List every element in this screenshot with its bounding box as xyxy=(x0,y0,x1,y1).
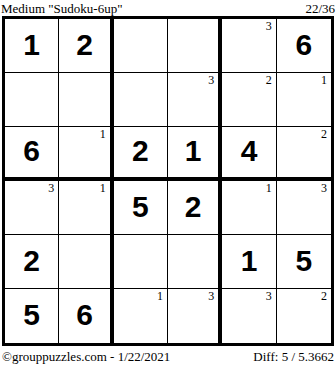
pencil-mark: 3 xyxy=(208,289,214,303)
cell-r1c4[interactable] xyxy=(168,19,222,73)
given-digit: 6 xyxy=(295,30,312,62)
pencil-mark: 2 xyxy=(321,127,327,141)
cell-r6c2[interactable]: 6 xyxy=(59,289,113,343)
cell-r5c5[interactable]: 1 xyxy=(222,235,276,289)
cell-r1c3[interactable] xyxy=(114,19,168,73)
given-digit: 1 xyxy=(185,136,202,168)
given-digit: 5 xyxy=(23,300,40,332)
cell-r3c5[interactable]: 4 xyxy=(222,127,276,181)
cell-r3c6[interactable]: 2 xyxy=(277,127,331,181)
cell-r1c2[interactable]: 2 xyxy=(59,19,113,73)
given-digit: 5 xyxy=(132,192,149,224)
sudoku-page: Medium "Sudoku-6up" 22/36 12363216121423… xyxy=(0,0,336,370)
cell-r2c2[interactable] xyxy=(59,73,113,127)
cell-r4c1[interactable]: 3 xyxy=(5,181,59,235)
pencil-mark: 1 xyxy=(266,181,272,195)
header: Medium "Sudoku-6up" 22/36 xyxy=(0,0,336,16)
cell-r6c5[interactable]: 3 xyxy=(222,289,276,343)
cell-r4c6[interactable]: 3 xyxy=(277,181,331,235)
pencil-mark: 3 xyxy=(48,181,54,195)
given-digit: 5 xyxy=(295,246,312,278)
cell-r5c2[interactable] xyxy=(59,235,113,289)
cell-r5c6[interactable]: 5 xyxy=(277,235,331,289)
cell-r5c1[interactable]: 2 xyxy=(5,235,59,289)
given-digit: 2 xyxy=(76,30,93,62)
pencil-mark: 1 xyxy=(100,181,106,195)
cell-r6c4[interactable]: 3 xyxy=(168,289,222,343)
given-digit: 4 xyxy=(241,136,258,168)
cell-r2c3[interactable] xyxy=(114,73,168,127)
cell-r1c1[interactable]: 1 xyxy=(5,19,59,73)
cell-r3c2[interactable]: 1 xyxy=(59,127,113,181)
pencil-mark: 1 xyxy=(321,73,327,87)
given-digit: 2 xyxy=(23,246,40,278)
pencil-mark: 3 xyxy=(266,289,272,303)
cell-r3c4[interactable]: 1 xyxy=(168,127,222,181)
difficulty-text: Diff: 5 / 5.3662 xyxy=(253,350,334,364)
cell-r2c6[interactable]: 1 xyxy=(277,73,331,127)
page-title: Medium "Sudoku-6up" xyxy=(1,2,122,15)
given-digit: 1 xyxy=(23,30,40,62)
pencil-mark: 2 xyxy=(321,289,327,303)
copyright-text: ©grouppuzzles.com - 1/22/2021 xyxy=(2,350,170,364)
given-digit: 2 xyxy=(185,192,202,224)
pencil-mark: 3 xyxy=(208,73,214,87)
cell-r4c5[interactable]: 1 xyxy=(222,181,276,235)
pencil-mark: 1 xyxy=(157,289,163,303)
pencil-mark: 3 xyxy=(266,19,272,33)
cell-r4c3[interactable]: 5 xyxy=(114,181,168,235)
pencil-mark: 3 xyxy=(321,181,327,195)
pencil-mark: 1 xyxy=(100,127,106,141)
cell-r6c1[interactable]: 5 xyxy=(5,289,59,343)
cell-r5c3[interactable] xyxy=(114,235,168,289)
given-digit: 2 xyxy=(132,136,149,168)
sudoku-board: 1236321612142315213215561332 xyxy=(2,16,334,346)
given-digit: 6 xyxy=(76,300,93,332)
cell-r5c4[interactable] xyxy=(168,235,222,289)
cell-r3c3[interactable]: 2 xyxy=(114,127,168,181)
cell-r4c2[interactable]: 1 xyxy=(59,181,113,235)
cell-r4c4[interactable]: 2 xyxy=(168,181,222,235)
puzzle-counter: 22/36 xyxy=(305,2,335,15)
pencil-mark: 2 xyxy=(266,73,272,87)
given-digit: 1 xyxy=(241,246,258,278)
cell-r2c5[interactable]: 2 xyxy=(222,73,276,127)
cell-r2c4[interactable]: 3 xyxy=(168,73,222,127)
cell-r6c3[interactable]: 1 xyxy=(114,289,168,343)
cell-r2c1[interactable] xyxy=(5,73,59,127)
footer: ©grouppuzzles.com - 1/22/2021 Diff: 5 / … xyxy=(0,346,336,364)
cell-r3c1[interactable]: 6 xyxy=(5,127,59,181)
cell-r1c5[interactable]: 3 xyxy=(222,19,276,73)
cell-r1c6[interactable]: 6 xyxy=(277,19,331,73)
cell-r6c6[interactable]: 2 xyxy=(277,289,331,343)
given-digit: 6 xyxy=(23,136,40,168)
